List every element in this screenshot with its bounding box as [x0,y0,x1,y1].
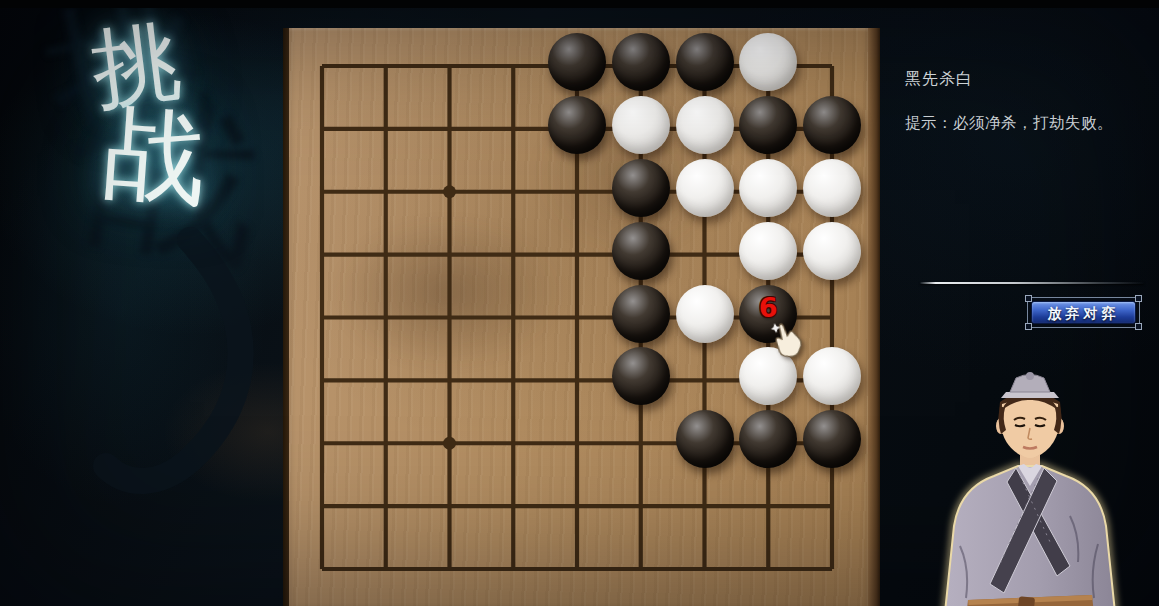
white-stone [739,33,797,91]
black-stone [676,410,734,468]
black-stone [803,410,861,468]
black-stone [548,96,606,154]
go-board[interactable]: 6 [283,28,880,606]
cap-knob [1026,372,1034,380]
white-stone [612,96,670,154]
cap-brim [1001,392,1059,398]
black-stone [612,347,670,405]
button-corner-ornament [1135,295,1142,302]
white-stone [676,159,734,217]
black-stone [803,96,861,154]
button-corner-ornament [1135,323,1142,330]
problem-hint: 提示：必须净杀，打劫失败。 [905,113,1113,134]
game-screen: 挑 战 挑 战 6 黑先杀白 提示：必须净杀，打劫失败。 放弃对弈 [0,0,1159,606]
button-corner-ornament [1025,295,1032,302]
white-stone [803,222,861,280]
letterbox-bar [0,0,1159,8]
resign-button-label: 放弃对弈 [1031,301,1136,324]
button-corner-ornament [1025,323,1032,330]
resign-button[interactable]: 放弃对弈 [1027,297,1140,328]
black-stone [612,159,670,217]
black-stone [612,33,670,91]
black-stone [676,33,734,91]
black-stone [612,285,670,343]
character-portrait [930,366,1130,606]
black-stone [739,410,797,468]
move-number-marker: 6 [753,293,783,323]
banner-char-2: 战 [101,103,210,212]
white-stone [739,159,797,217]
stone-layer [283,28,880,606]
black-stone [548,33,606,91]
black-stone [739,96,797,154]
black-stone [612,222,670,280]
sash-knot [1017,596,1035,606]
panel-divider [920,282,1144,284]
white-stone [739,222,797,280]
problem-objective: 黑先杀白 [905,69,973,90]
challenge-banner: 挑 战 挑 战 [0,0,330,560]
white-stone [676,285,734,343]
white-stone [676,96,734,154]
white-stone [803,347,861,405]
white-stone [803,159,861,217]
